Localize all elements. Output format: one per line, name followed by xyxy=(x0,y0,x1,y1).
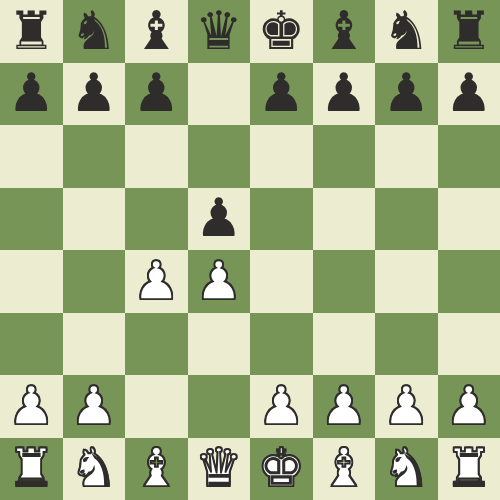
square-b3[interactable] xyxy=(63,313,126,376)
white-king-piece[interactable]: ♚ xyxy=(257,441,305,494)
black-pawn-piece[interactable]: ♟ xyxy=(257,66,305,119)
square-e8[interactable]: ♚ xyxy=(250,0,313,63)
square-b6[interactable] xyxy=(63,125,126,188)
black-pawn-piece[interactable]: ♟ xyxy=(132,66,180,119)
square-b2[interactable]: ♟ xyxy=(63,375,126,438)
square-a1[interactable]: ♜ xyxy=(0,438,63,500)
black-pawn-piece[interactable]: ♟ xyxy=(70,66,118,119)
black-rook-piece[interactable]: ♜ xyxy=(7,4,55,57)
black-pawn-piece[interactable]: ♟ xyxy=(320,66,368,119)
square-e2[interactable]: ♟ xyxy=(250,375,313,438)
square-d6[interactable] xyxy=(188,125,251,188)
square-f6[interactable] xyxy=(313,125,376,188)
square-a6[interactable] xyxy=(0,125,63,188)
square-g4[interactable] xyxy=(375,250,438,313)
square-c7[interactable]: ♟ xyxy=(125,63,188,126)
black-bishop-piece[interactable]: ♝ xyxy=(320,4,368,57)
square-h2[interactable]: ♟ xyxy=(438,375,500,438)
white-pawn-piece[interactable]: ♟ xyxy=(382,379,430,432)
square-g6[interactable] xyxy=(375,125,438,188)
square-h7[interactable]: ♟ xyxy=(438,63,500,126)
square-d2[interactable] xyxy=(188,375,251,438)
black-knight-piece[interactable]: ♞ xyxy=(382,4,430,57)
black-pawn-piece[interactable]: ♟ xyxy=(195,191,243,244)
white-pawn-piece[interactable]: ♟ xyxy=(320,379,368,432)
square-e3[interactable] xyxy=(250,313,313,376)
square-e1[interactable]: ♚ xyxy=(250,438,313,500)
white-knight-piece[interactable]: ♞ xyxy=(382,441,430,494)
white-pawn-piece[interactable]: ♟ xyxy=(195,254,243,307)
square-b1[interactable]: ♞ xyxy=(63,438,126,500)
white-pawn-piece[interactable]: ♟ xyxy=(132,254,180,307)
square-e5[interactable] xyxy=(250,188,313,251)
square-c4[interactable]: ♟ xyxy=(125,250,188,313)
square-f7[interactable]: ♟ xyxy=(313,63,376,126)
square-b8[interactable]: ♞ xyxy=(63,0,126,63)
square-b4[interactable] xyxy=(63,250,126,313)
black-bishop-piece[interactable]: ♝ xyxy=(132,4,180,57)
white-pawn-piece[interactable]: ♟ xyxy=(7,379,55,432)
square-g7[interactable]: ♟ xyxy=(375,63,438,126)
square-e4[interactable] xyxy=(250,250,313,313)
square-f2[interactable]: ♟ xyxy=(313,375,376,438)
square-f4[interactable] xyxy=(313,250,376,313)
black-pawn-piece[interactable]: ♟ xyxy=(7,66,55,119)
square-h6[interactable] xyxy=(438,125,500,188)
square-c2[interactable] xyxy=(125,375,188,438)
white-bishop-piece[interactable]: ♝ xyxy=(132,441,180,494)
white-pawn-piece[interactable]: ♟ xyxy=(257,379,305,432)
square-a4[interactable] xyxy=(0,250,63,313)
square-c5[interactable] xyxy=(125,188,188,251)
square-h8[interactable]: ♜ xyxy=(438,0,500,63)
white-pawn-piece[interactable]: ♟ xyxy=(70,379,118,432)
square-h1[interactable]: ♜ xyxy=(438,438,500,500)
square-g8[interactable]: ♞ xyxy=(375,0,438,63)
square-a3[interactable] xyxy=(0,313,63,376)
square-b5[interactable] xyxy=(63,188,126,251)
white-queen-piece[interactable]: ♛ xyxy=(195,441,243,494)
square-e7[interactable]: ♟ xyxy=(250,63,313,126)
square-d3[interactable] xyxy=(188,313,251,376)
square-d7[interactable] xyxy=(188,63,251,126)
square-g2[interactable]: ♟ xyxy=(375,375,438,438)
white-rook-piece[interactable]: ♜ xyxy=(7,441,55,494)
white-bishop-piece[interactable]: ♝ xyxy=(320,441,368,494)
square-d4[interactable]: ♟ xyxy=(188,250,251,313)
square-f1[interactable]: ♝ xyxy=(313,438,376,500)
black-knight-piece[interactable]: ♞ xyxy=(70,4,118,57)
square-f8[interactable]: ♝ xyxy=(313,0,376,63)
square-c6[interactable] xyxy=(125,125,188,188)
black-pawn-piece[interactable]: ♟ xyxy=(382,66,430,119)
square-f5[interactable] xyxy=(313,188,376,251)
square-g3[interactable] xyxy=(375,313,438,376)
white-pawn-piece[interactable]: ♟ xyxy=(445,379,493,432)
black-king-piece[interactable]: ♚ xyxy=(257,4,305,57)
square-c1[interactable]: ♝ xyxy=(125,438,188,500)
chess-board: ♜♞♝♛♚♝♞♜♟♟♟♟♟♟♟♟♟♟♟♟♟♟♟♟♜♞♝♛♚♝♞♜ xyxy=(0,0,500,500)
square-e6[interactable] xyxy=(250,125,313,188)
square-c8[interactable]: ♝ xyxy=(125,0,188,63)
white-rook-piece[interactable]: ♜ xyxy=(445,441,493,494)
square-h5[interactable] xyxy=(438,188,500,251)
square-b7[interactable]: ♟ xyxy=(63,63,126,126)
square-a8[interactable]: ♜ xyxy=(0,0,63,63)
square-g5[interactable] xyxy=(375,188,438,251)
square-h4[interactable] xyxy=(438,250,500,313)
square-a7[interactable]: ♟ xyxy=(0,63,63,126)
square-d5[interactable]: ♟ xyxy=(188,188,251,251)
square-f3[interactable] xyxy=(313,313,376,376)
square-d1[interactable]: ♛ xyxy=(188,438,251,500)
square-g1[interactable]: ♞ xyxy=(375,438,438,500)
square-a2[interactable]: ♟ xyxy=(0,375,63,438)
black-rook-piece[interactable]: ♜ xyxy=(445,4,493,57)
square-a5[interactable] xyxy=(0,188,63,251)
white-knight-piece[interactable]: ♞ xyxy=(70,441,118,494)
black-queen-piece[interactable]: ♛ xyxy=(195,4,243,57)
square-d8[interactable]: ♛ xyxy=(188,0,251,63)
black-pawn-piece[interactable]: ♟ xyxy=(445,66,493,119)
square-c3[interactable] xyxy=(125,313,188,376)
square-h3[interactable] xyxy=(438,313,500,376)
